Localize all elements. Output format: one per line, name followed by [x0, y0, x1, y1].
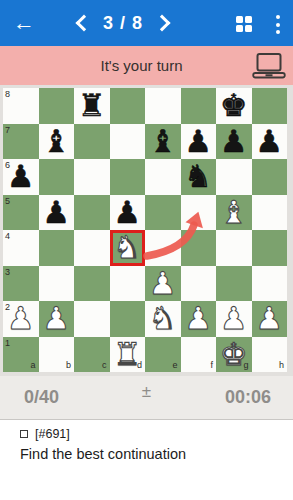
piece-br-c8: ♜ — [78, 88, 106, 123]
piece-bp-g7: ♟ — [220, 124, 248, 159]
square-c7[interactable] — [74, 124, 110, 160]
square-h7[interactable]: ♟ — [252, 124, 288, 160]
square-e2[interactable]: ♞ — [145, 301, 181, 337]
square-a4[interactable] — [3, 230, 39, 266]
square-f8[interactable] — [181, 88, 217, 124]
puzzle-counter: 3 / 8 — [103, 13, 143, 34]
piece-bn-f6: ♞ — [184, 159, 212, 194]
puzzle-navigator: 3 / 8 — [78, 0, 168, 46]
grid-icon — [236, 16, 243, 23]
square-a5[interactable] — [3, 195, 39, 231]
square-e5[interactable] — [145, 195, 181, 231]
puzzle-id-line: [#691] — [20, 427, 293, 441]
elapsed-time: 00:06 — [225, 387, 271, 408]
square-h1[interactable] — [252, 337, 288, 373]
square-b8[interactable] — [39, 88, 75, 124]
grid-icon — [245, 16, 252, 23]
piece-wp-f2: ♟ — [184, 301, 212, 336]
square-a1[interactable] — [3, 337, 39, 373]
task-instruction: Find the best continuation — [20, 446, 293, 462]
square-e8[interactable] — [145, 88, 181, 124]
back-button[interactable]: ← — [9, 9, 39, 39]
square-c2[interactable] — [74, 301, 110, 337]
piece-wb-g5: ♝ — [220, 195, 248, 230]
piece-wp-a2: ♟ — [7, 301, 35, 336]
square-c6[interactable] — [74, 159, 110, 195]
piece-wk-g1: ♚ — [220, 337, 248, 372]
square-e3[interactable]: ♟ — [145, 266, 181, 302]
overflow-menu-button[interactable] — [276, 15, 280, 34]
kebab-dot — [276, 23, 280, 27]
square-b5[interactable]: ♟ — [39, 195, 75, 231]
evaluation-button[interactable]: ± — [142, 383, 151, 400]
square-d8[interactable] — [110, 88, 146, 124]
square-a3[interactable] — [3, 266, 39, 302]
highlight-square-d4 — [110, 230, 146, 266]
piece-wn-e2: ♞ — [149, 301, 177, 336]
square-h3[interactable] — [252, 266, 288, 302]
square-h8[interactable] — [252, 88, 288, 124]
square-f7[interactable]: ♟ — [181, 124, 217, 160]
chess-board: ♜♚♝♝♟♟♟♟♞♟♟♝♞♟♟♟♞♟♟♟♜♚ — [3, 88, 287, 372]
square-d3[interactable] — [110, 266, 146, 302]
square-d7[interactable] — [110, 124, 146, 160]
square-d6[interactable] — [110, 159, 146, 195]
square-c8[interactable]: ♜ — [74, 88, 110, 124]
square-c1[interactable] — [74, 337, 110, 373]
status-bar: 0/40 ± 00:06 — [0, 376, 293, 420]
square-b6[interactable] — [39, 159, 75, 195]
square-g8[interactable]: ♚ — [216, 88, 252, 124]
square-b2[interactable]: ♟ — [39, 301, 75, 337]
square-a8[interactable] — [3, 88, 39, 124]
next-puzzle-button[interactable] — [154, 15, 171, 32]
square-a6[interactable]: ♟ — [3, 159, 39, 195]
piece-bp-h7: ♟ — [255, 124, 283, 159]
square-f3[interactable] — [181, 266, 217, 302]
square-d1[interactable]: ♜ — [110, 337, 146, 373]
square-h6[interactable] — [252, 159, 288, 195]
piece-wp-g2: ♟ — [220, 301, 248, 336]
square-bullet-icon — [20, 430, 28, 438]
piece-bp-b5: ♟ — [42, 195, 70, 230]
turn-banner: It's your turn — [0, 46, 293, 85]
square-b7[interactable]: ♝ — [39, 124, 75, 160]
piece-bk-g8: ♚ — [220, 88, 248, 123]
square-b4[interactable] — [39, 230, 75, 266]
piece-bp-f7: ♟ — [184, 124, 212, 159]
square-g4[interactable] — [216, 230, 252, 266]
square-d5[interactable]: ♟ — [110, 195, 146, 231]
square-b3[interactable] — [39, 266, 75, 302]
square-e7[interactable]: ♝ — [145, 124, 181, 160]
square-f4[interactable] — [181, 230, 217, 266]
square-g6[interactable] — [216, 159, 252, 195]
piece-wp-h2: ♟ — [255, 301, 283, 336]
previous-puzzle-button[interactable] — [76, 15, 93, 32]
square-f1[interactable] — [181, 337, 217, 373]
piece-bp-a6: ♟ — [7, 159, 35, 194]
turn-banner-text: It's your turn — [100, 57, 182, 74]
square-e6[interactable] — [145, 159, 181, 195]
square-e4[interactable] — [145, 230, 181, 266]
square-e1[interactable] — [145, 337, 181, 373]
square-b1[interactable] — [39, 337, 75, 373]
kebab-dot — [276, 15, 280, 19]
grid-icon — [245, 25, 252, 32]
square-g5[interactable]: ♝ — [216, 195, 252, 231]
square-g2[interactable]: ♟ — [216, 301, 252, 337]
square-h4[interactable] — [252, 230, 288, 266]
piece-wp-e3: ♟ — [149, 266, 177, 301]
piece-wp-b2: ♟ — [42, 301, 70, 336]
board-area: ♜♚♝♝♟♟♟♟♞♟♟♝♞♟♟♟♞♟♟♟♜♚ 87654321abcdefgh — [0, 85, 293, 376]
piece-bb-e7: ♝ — [149, 124, 177, 159]
square-f5[interactable] — [181, 195, 217, 231]
square-c4[interactable] — [74, 230, 110, 266]
piece-wr-d1: ♜ — [113, 337, 141, 372]
square-h2[interactable]: ♟ — [252, 301, 288, 337]
square-c5[interactable] — [74, 195, 110, 231]
square-a7[interactable] — [3, 124, 39, 160]
app-bar: ← 3 / 8 — [0, 0, 293, 46]
square-c3[interactable] — [74, 266, 110, 302]
piece-bp-d5: ♟ — [113, 195, 141, 230]
piece-bb-b7: ♝ — [42, 124, 70, 159]
puzzle-list-button[interactable] — [236, 16, 251, 31]
square-g7[interactable]: ♟ — [216, 124, 252, 160]
grid-icon — [236, 25, 243, 32]
square-a2[interactable]: ♟ — [3, 301, 39, 337]
square-f2[interactable]: ♟ — [181, 301, 217, 337]
square-f6[interactable]: ♞ — [181, 159, 217, 195]
kebab-dot — [276, 30, 280, 34]
square-g1[interactable]: ♚ — [216, 337, 252, 373]
laptop-icon[interactable] — [252, 52, 286, 84]
score-counter: 0/40 — [24, 387, 59, 408]
square-g3[interactable] — [216, 266, 252, 302]
square-h5[interactable] — [252, 195, 288, 231]
task-panel: [#691] Find the best continuation — [0, 420, 293, 462]
puzzle-id: [#691] — [35, 427, 70, 441]
square-d2[interactable] — [110, 301, 146, 337]
